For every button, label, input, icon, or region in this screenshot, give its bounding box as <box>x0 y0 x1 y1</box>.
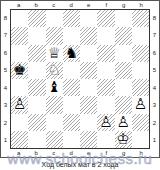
square-h6[interactable] <box>132 45 149 62</box>
corner-top-left <box>1 1 10 9</box>
file-label-f: f <box>98 149 116 157</box>
rank-label-5: 5 <box>150 62 159 80</box>
white-knight-c5: ♘ <box>46 62 63 79</box>
rank-label-3: 3 <box>150 97 159 115</box>
square-b5[interactable] <box>28 62 45 79</box>
square-e7[interactable] <box>80 27 97 44</box>
square-e3[interactable] <box>80 96 97 113</box>
square-g3[interactable] <box>115 96 132 113</box>
file-label-e: e <box>80 149 98 157</box>
file-label-e: e <box>80 1 98 9</box>
puzzle-caption: Ход белых мат в 2 хода <box>0 160 160 169</box>
square-c7[interactable] <box>46 27 63 44</box>
file-label-b: b <box>28 1 46 9</box>
rank-labels-left: 87654321 <box>1 9 10 149</box>
rank-label-5: 5 <box>1 62 10 80</box>
square-h2[interactable] <box>132 114 149 131</box>
file-labels-top: abcdefgh <box>10 1 150 9</box>
black-king-a5: ♚ <box>11 62 28 79</box>
rank-label-1: 1 <box>150 132 159 150</box>
square-h3[interactable]: ♙ <box>132 96 149 113</box>
rank-label-6: 6 <box>1 44 10 62</box>
square-e5[interactable] <box>80 62 97 79</box>
square-g8[interactable] <box>115 10 132 27</box>
square-f5[interactable] <box>97 62 114 79</box>
square-c3[interactable] <box>46 96 63 113</box>
white-pawn-h3: ♙ <box>132 96 149 113</box>
square-a8[interactable] <box>11 10 28 27</box>
square-b3[interactable] <box>28 96 45 113</box>
square-d1[interactable] <box>63 131 80 148</box>
square-a6[interactable] <box>11 45 28 62</box>
chess-board: ♕♞♚♘♝♙♙♙♙♔ <box>10 9 150 149</box>
square-a4[interactable] <box>11 79 28 96</box>
square-f4[interactable] <box>97 79 114 96</box>
square-g6[interactable] <box>115 45 132 62</box>
square-e6[interactable] <box>80 45 97 62</box>
square-g7[interactable] <box>115 27 132 44</box>
file-label-c: c <box>45 1 63 9</box>
file-label-a: a <box>10 149 28 157</box>
square-b4[interactable] <box>28 79 45 96</box>
square-f2[interactable]: ♙ <box>97 114 114 131</box>
square-d6[interactable]: ♞ <box>63 45 80 62</box>
square-c2[interactable] <box>46 114 63 131</box>
square-d4[interactable] <box>63 79 80 96</box>
square-c5[interactable]: ♘ <box>46 62 63 79</box>
file-labels-bottom: abcdefgh <box>10 149 150 157</box>
square-d8[interactable] <box>63 10 80 27</box>
square-h8[interactable] <box>132 10 149 27</box>
square-f7[interactable] <box>97 27 114 44</box>
square-g4[interactable] <box>115 79 132 96</box>
square-d3[interactable] <box>63 96 80 113</box>
white-king-g1: ♔ <box>115 131 132 148</box>
square-c8[interactable] <box>46 10 63 27</box>
file-label-d: d <box>63 1 81 9</box>
rank-label-7: 7 <box>1 27 10 45</box>
square-f1[interactable] <box>97 131 114 148</box>
square-f8[interactable] <box>97 10 114 27</box>
square-a1[interactable] <box>11 131 28 148</box>
square-d7[interactable] <box>63 27 80 44</box>
square-h4[interactable] <box>132 79 149 96</box>
square-b7[interactable] <box>28 27 45 44</box>
square-f3[interactable] <box>97 96 114 113</box>
square-h7[interactable] <box>132 27 149 44</box>
square-e1[interactable] <box>80 131 97 148</box>
file-label-d: d <box>63 149 81 157</box>
square-b1[interactable] <box>28 131 45 148</box>
rank-labels-right: 87654321 <box>150 9 159 149</box>
rank-label-8: 8 <box>1 9 10 27</box>
square-a7[interactable] <box>11 27 28 44</box>
rank-label-4: 4 <box>1 79 10 97</box>
rank-label-6: 6 <box>150 44 159 62</box>
square-h1[interactable] <box>132 131 149 148</box>
corner-bottom-left <box>1 149 10 157</box>
file-label-b: b <box>28 149 46 157</box>
white-pawn-g2: ♙ <box>115 114 132 131</box>
white-pawn-f2: ♙ <box>97 114 114 131</box>
rank-label-2: 2 <box>1 114 10 132</box>
square-a5[interactable]: ♚ <box>11 62 28 79</box>
square-b6[interactable] <box>28 45 45 62</box>
square-e4[interactable] <box>80 79 97 96</box>
file-label-h: h <box>133 1 151 9</box>
square-g2[interactable]: ♙ <box>115 114 132 131</box>
file-label-g: g <box>115 149 133 157</box>
black-knight-d6: ♞ <box>63 45 80 62</box>
rank-label-4: 4 <box>150 79 159 97</box>
square-d2[interactable] <box>63 114 80 131</box>
square-b2[interactable] <box>28 114 45 131</box>
rank-label-1: 1 <box>1 132 10 150</box>
corner-bottom-right <box>150 149 159 157</box>
chess-diagram: abcdefgh 87654321 ♕♞♚♘♝♙♙♙♙♔ 87654321 ab… <box>0 0 160 170</box>
square-g1[interactable]: ♔ <box>115 131 132 148</box>
rank-label-7: 7 <box>150 27 159 45</box>
square-f6[interactable] <box>97 45 114 62</box>
file-label-c: c <box>45 149 63 157</box>
file-label-h: h <box>133 149 151 157</box>
square-c6[interactable]: ♕ <box>46 45 63 62</box>
board-frame: abcdefgh 87654321 ♕♞♚♘♝♙♙♙♙♔ 87654321 ab… <box>0 0 160 158</box>
square-a2[interactable] <box>11 114 28 131</box>
square-c4[interactable]: ♝ <box>46 79 63 96</box>
file-label-a: a <box>10 1 28 9</box>
square-g5[interactable] <box>115 62 132 79</box>
square-d5[interactable] <box>63 62 80 79</box>
corner-top-right <box>150 1 159 9</box>
file-label-f: f <box>98 1 116 9</box>
square-b8[interactable] <box>28 10 45 27</box>
rank-label-8: 8 <box>150 9 159 27</box>
square-h5[interactable] <box>132 62 149 79</box>
white-queen-c6: ♕ <box>46 45 63 62</box>
rank-label-2: 2 <box>150 114 159 132</box>
white-pawn-a3: ♙ <box>11 96 28 113</box>
black-bishop-c4: ♝ <box>46 79 63 96</box>
square-e2[interactable] <box>80 114 97 131</box>
rank-label-3: 3 <box>1 97 10 115</box>
square-e8[interactable] <box>80 10 97 27</box>
square-c1[interactable] <box>46 131 63 148</box>
square-a3[interactable]: ♙ <box>11 96 28 113</box>
file-label-g: g <box>115 1 133 9</box>
